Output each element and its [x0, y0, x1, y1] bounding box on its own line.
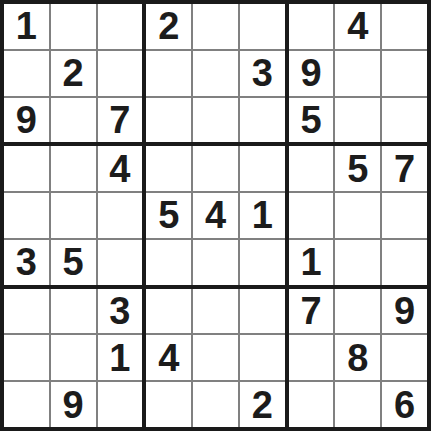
sudoku-block-3: 495: [289, 4, 427, 142]
sudoku-cell-r7c2[interactable]: [51, 289, 96, 334]
sudoku-cell-r1c2[interactable]: [51, 4, 96, 49]
sudoku-cell-r8c7[interactable]: [289, 335, 334, 380]
sudoku-cell-r3c1[interactable]: 9: [4, 98, 49, 143]
sudoku-block-2: 23: [146, 4, 284, 142]
sudoku-cell-r5c1[interactable]: [4, 193, 49, 238]
sudoku-block-4: 435: [4, 146, 142, 284]
sudoku-cell-r6c3[interactable]: [98, 240, 143, 285]
sudoku-cell-r1c8[interactable]: 4: [335, 4, 380, 49]
sudoku-cell-r6c6[interactable]: [240, 240, 285, 285]
sudoku-cell-r8c8[interactable]: 8: [335, 335, 380, 380]
sudoku-cell-r7c4[interactable]: [146, 289, 191, 334]
sudoku-cell-r3c7[interactable]: 5: [289, 98, 334, 143]
sudoku-cell-r1c5[interactable]: [193, 4, 238, 49]
sudoku-block-8: 42: [146, 289, 284, 427]
sudoku-cell-r9c8[interactable]: [335, 382, 380, 427]
sudoku-cell-r9c3[interactable]: [98, 382, 143, 427]
sudoku-cell-r1c4[interactable]: 2: [146, 4, 191, 49]
sudoku-cell-r2c2[interactable]: 2: [51, 51, 96, 96]
sudoku-cell-r7c7[interactable]: 7: [289, 289, 334, 334]
sudoku-cell-r1c6[interactable]: [240, 4, 285, 49]
sudoku-cell-r8c3[interactable]: 1: [98, 335, 143, 380]
sudoku-cell-r6c7[interactable]: 1: [289, 240, 334, 285]
sudoku-cell-r5c8[interactable]: [335, 193, 380, 238]
sudoku-cell-r9c5[interactable]: [193, 382, 238, 427]
sudoku-cell-r5c4[interactable]: 5: [146, 193, 191, 238]
sudoku-cell-r7c5[interactable]: [193, 289, 238, 334]
sudoku-cell-r4c6[interactable]: [240, 146, 285, 191]
sudoku-cell-r9c7[interactable]: [289, 382, 334, 427]
sudoku-cell-r8c1[interactable]: [4, 335, 49, 380]
sudoku-cell-r7c8[interactable]: [335, 289, 380, 334]
sudoku-cell-r2c4[interactable]: [146, 51, 191, 96]
sudoku-cell-r3c3[interactable]: 7: [98, 98, 143, 143]
sudoku-board: 129723495435541571319427986: [0, 0, 431, 431]
sudoku-cell-r2c3[interactable]: [98, 51, 143, 96]
sudoku-cell-r1c9[interactable]: [382, 4, 427, 49]
sudoku-cell-r4c1[interactable]: [4, 146, 49, 191]
sudoku-cell-r4c4[interactable]: [146, 146, 191, 191]
sudoku-block-1: 1297: [4, 4, 142, 142]
sudoku-cell-r3c9[interactable]: [382, 98, 427, 143]
sudoku-cell-r6c9[interactable]: [382, 240, 427, 285]
sudoku-cell-r4c9[interactable]: 7: [382, 146, 427, 191]
sudoku-cell-r6c4[interactable]: [146, 240, 191, 285]
sudoku-block-5: 541: [146, 146, 284, 284]
sudoku-cell-r7c9[interactable]: 9: [382, 289, 427, 334]
sudoku-cell-r9c6[interactable]: 2: [240, 382, 285, 427]
sudoku-cell-r3c4[interactable]: [146, 98, 191, 143]
sudoku-cell-r8c5[interactable]: [193, 335, 238, 380]
sudoku-cell-r2c7[interactable]: 9: [289, 51, 334, 96]
sudoku-cell-r4c3[interactable]: 4: [98, 146, 143, 191]
sudoku-cell-r9c1[interactable]: [4, 382, 49, 427]
sudoku-cell-r3c2[interactable]: [51, 98, 96, 143]
sudoku-cell-r2c1[interactable]: [4, 51, 49, 96]
sudoku-cell-r3c6[interactable]: [240, 98, 285, 143]
sudoku-cell-r5c3[interactable]: [98, 193, 143, 238]
sudoku-cell-r9c2[interactable]: 9: [51, 382, 96, 427]
sudoku-cell-r6c5[interactable]: [193, 240, 238, 285]
sudoku-cell-r5c9[interactable]: [382, 193, 427, 238]
sudoku-cell-r2c9[interactable]: [382, 51, 427, 96]
sudoku-cell-r9c4[interactable]: [146, 382, 191, 427]
sudoku-block-9: 7986: [289, 289, 427, 427]
sudoku-cell-r7c1[interactable]: [4, 289, 49, 334]
sudoku-cell-r3c5[interactable]: [193, 98, 238, 143]
sudoku-cell-r4c2[interactable]: [51, 146, 96, 191]
sudoku-cell-r1c3[interactable]: [98, 4, 143, 49]
sudoku-cell-r8c2[interactable]: [51, 335, 96, 380]
sudoku-cell-r5c7[interactable]: [289, 193, 334, 238]
sudoku-cell-r1c7[interactable]: [289, 4, 334, 49]
sudoku-cell-r8c9[interactable]: [382, 335, 427, 380]
sudoku-cell-r4c8[interactable]: 5: [335, 146, 380, 191]
sudoku-cell-r3c8[interactable]: [335, 98, 380, 143]
sudoku-cell-r2c5[interactable]: [193, 51, 238, 96]
sudoku-block-6: 571: [289, 146, 427, 284]
sudoku-cell-r5c2[interactable]: [51, 193, 96, 238]
sudoku-block-7: 319: [4, 289, 142, 427]
sudoku-cell-r5c6[interactable]: 1: [240, 193, 285, 238]
sudoku-cell-r6c8[interactable]: [335, 240, 380, 285]
sudoku-cell-r5c5[interactable]: 4: [193, 193, 238, 238]
sudoku-cell-r9c9[interactable]: 6: [382, 382, 427, 427]
sudoku-cell-r7c3[interactable]: 3: [98, 289, 143, 334]
sudoku-cell-r8c6[interactable]: [240, 335, 285, 380]
sudoku-cell-r2c8[interactable]: [335, 51, 380, 96]
sudoku-cell-r6c1[interactable]: 3: [4, 240, 49, 285]
sudoku-cell-r8c4[interactable]: 4: [146, 335, 191, 380]
sudoku-cell-r4c5[interactable]: [193, 146, 238, 191]
sudoku-cell-r7c6[interactable]: [240, 289, 285, 334]
sudoku-cell-r6c2[interactable]: 5: [51, 240, 96, 285]
sudoku-cell-r4c7[interactable]: [289, 146, 334, 191]
sudoku-cell-r1c1[interactable]: 1: [4, 4, 49, 49]
sudoku-cell-r2c6[interactable]: 3: [240, 51, 285, 96]
